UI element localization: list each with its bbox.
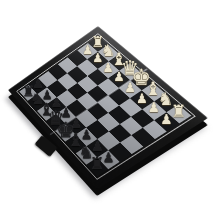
piece-white-pawn[interactable]: ♟ [103, 62, 114, 75]
chess-set-photo: ♜♞♝♛♚♝♞♜♟♟♟♟♟♟♟♟♟♟♟♟♟♟♟♟♜♞♝♛♚♝♞♜ [0, 0, 214, 214]
piece-white-pawn[interactable]: ♟ [160, 113, 172, 127]
piece-white-rook[interactable]: ♜ [171, 103, 186, 120]
piece-white-pawn[interactable]: ♟ [124, 81, 136, 94]
piece-black-rook[interactable]: ♜ [90, 156, 104, 172]
piece-white-pawn[interactable]: ♟ [148, 102, 160, 116]
piece-white-pawn[interactable]: ♟ [113, 71, 124, 84]
piece-white-pawn[interactable]: ♟ [136, 91, 148, 104]
